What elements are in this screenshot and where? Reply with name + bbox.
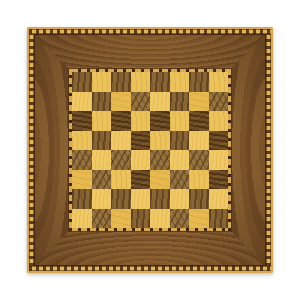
square-h6[interactable] bbox=[209, 111, 229, 131]
square-a7[interactable] bbox=[72, 92, 92, 112]
square-b7[interactable] bbox=[92, 92, 112, 112]
square-e2[interactable] bbox=[150, 189, 170, 209]
square-c3[interactable] bbox=[111, 170, 131, 190]
square-c7[interactable] bbox=[111, 92, 131, 112]
square-a4[interactable] bbox=[72, 150, 92, 170]
square-a6[interactable] bbox=[72, 111, 92, 131]
square-f6[interactable] bbox=[170, 111, 190, 131]
board-photo bbox=[0, 0, 300, 300]
square-h4[interactable] bbox=[209, 150, 229, 170]
square-f8[interactable] bbox=[170, 72, 190, 92]
square-f7[interactable] bbox=[170, 92, 190, 112]
chess-board bbox=[27, 27, 273, 273]
square-h8[interactable] bbox=[209, 72, 229, 92]
square-g3[interactable] bbox=[189, 170, 209, 190]
square-d2[interactable] bbox=[131, 189, 151, 209]
dashed-inlay-bottom bbox=[69, 228, 231, 231]
square-c5[interactable] bbox=[111, 131, 131, 151]
square-d6[interactable] bbox=[131, 111, 151, 131]
square-d8[interactable] bbox=[131, 72, 151, 92]
square-e1[interactable] bbox=[150, 209, 170, 229]
square-e5[interactable] bbox=[150, 131, 170, 151]
square-b6[interactable] bbox=[92, 111, 112, 131]
square-f3[interactable] bbox=[170, 170, 190, 190]
square-a2[interactable] bbox=[72, 189, 92, 209]
square-b2[interactable] bbox=[92, 189, 112, 209]
square-g7[interactable] bbox=[189, 92, 209, 112]
square-g6[interactable] bbox=[189, 111, 209, 131]
square-h5[interactable] bbox=[209, 131, 229, 151]
square-f5[interactable] bbox=[170, 131, 190, 151]
square-b3[interactable] bbox=[92, 170, 112, 190]
square-c6[interactable] bbox=[111, 111, 131, 131]
square-h7[interactable] bbox=[209, 92, 229, 112]
square-b4[interactable] bbox=[92, 150, 112, 170]
square-e6[interactable] bbox=[150, 111, 170, 131]
frame-bottom bbox=[35, 231, 265, 265]
square-d4[interactable] bbox=[131, 150, 151, 170]
square-a5[interactable] bbox=[72, 131, 92, 151]
square-a3[interactable] bbox=[72, 170, 92, 190]
square-b8[interactable] bbox=[92, 72, 112, 92]
square-f4[interactable] bbox=[170, 150, 190, 170]
square-g4[interactable] bbox=[189, 150, 209, 170]
square-c2[interactable] bbox=[111, 189, 131, 209]
square-f2[interactable] bbox=[170, 189, 190, 209]
square-b1[interactable] bbox=[92, 209, 112, 229]
square-h2[interactable] bbox=[209, 189, 229, 209]
square-c8[interactable] bbox=[111, 72, 131, 92]
frame-right bbox=[231, 35, 265, 265]
square-g5[interactable] bbox=[189, 131, 209, 151]
frame-top bbox=[35, 35, 265, 69]
square-g8[interactable] bbox=[189, 72, 209, 92]
square-e8[interactable] bbox=[150, 72, 170, 92]
square-e3[interactable] bbox=[150, 170, 170, 190]
square-c4[interactable] bbox=[111, 150, 131, 170]
square-d1[interactable] bbox=[131, 209, 151, 229]
square-h3[interactable] bbox=[209, 170, 229, 190]
square-e4[interactable] bbox=[150, 150, 170, 170]
square-e7[interactable] bbox=[150, 92, 170, 112]
dashed-inlay-right bbox=[228, 69, 231, 231]
square-a8[interactable] bbox=[72, 72, 92, 92]
square-b5[interactable] bbox=[92, 131, 112, 151]
square-d7[interactable] bbox=[131, 92, 151, 112]
square-d5[interactable] bbox=[131, 131, 151, 151]
checker-banding-bottom bbox=[29, 266, 271, 271]
square-g1[interactable] bbox=[189, 209, 209, 229]
square-a1[interactable] bbox=[72, 209, 92, 229]
playfield bbox=[72, 72, 228, 228]
square-d3[interactable] bbox=[131, 170, 151, 190]
frame-left bbox=[35, 35, 69, 265]
checker-banding-right bbox=[266, 34, 271, 266]
square-h1[interactable] bbox=[209, 209, 229, 229]
square-c1[interactable] bbox=[111, 209, 131, 229]
square-f1[interactable] bbox=[170, 209, 190, 229]
square-g2[interactable] bbox=[189, 189, 209, 209]
